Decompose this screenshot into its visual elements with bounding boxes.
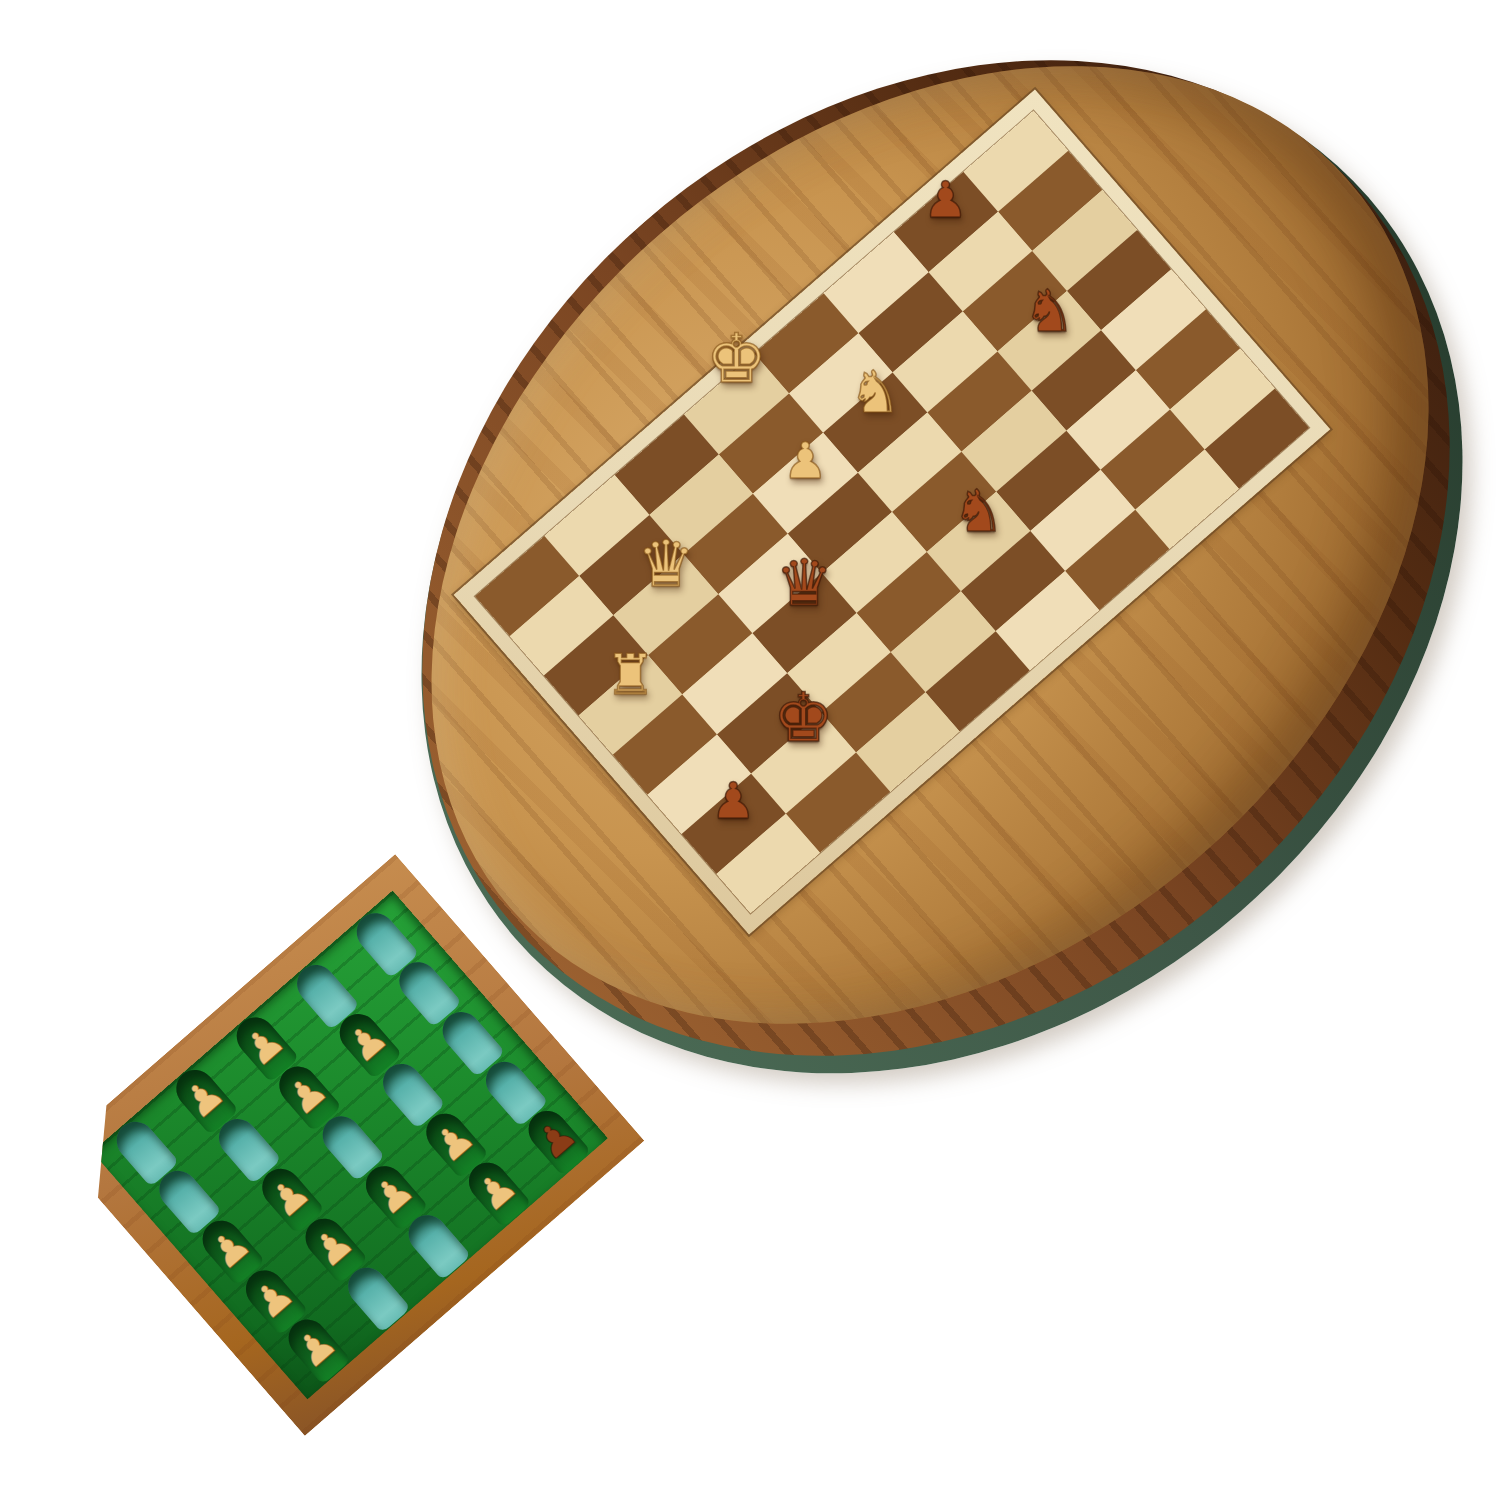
white-knight-on-c5[interactable]: ♞: [849, 363, 901, 421]
stored-white-piece[interactable]: ♟: [262, 1169, 318, 1225]
stored-white-piece[interactable]: ♟: [365, 1166, 421, 1222]
stored-white-piece[interactable]: ♟: [245, 1271, 301, 1327]
white-rook-on-d1[interactable]: ♜: [605, 647, 655, 703]
stored-white-piece[interactable]: ♟: [236, 1018, 292, 1074]
dark-pawn-on-a7[interactable]: ♟: [924, 175, 969, 225]
stored-white-piece[interactable]: ♟: [339, 1015, 395, 1071]
stored-white-piece[interactable]: ♟: [468, 1164, 524, 1220]
stored-white-piece[interactable]: ♟: [202, 1221, 258, 1277]
stored-white-piece[interactable]: ♟: [425, 1114, 481, 1170]
stored-white-piece[interactable]: ♟: [305, 1219, 361, 1275]
white-pawn-on-c4[interactable]: ♟: [783, 436, 828, 486]
dark-pawn-on-g1[interactable]: ♟: [711, 776, 756, 826]
white-queen-on-c2[interactable]: ♛: [637, 532, 694, 596]
stored-dark-piece[interactable]: ♟: [528, 1111, 584, 1167]
dark-queen-on-e3[interactable]: ♛: [776, 551, 833, 615]
product-photo-canvas: ♟♟♟♟♟♟♟♟♟♟♟♟♟ ♟♞♞♛♚♟♚♛♜♞♟: [0, 0, 1500, 1500]
stored-white-piece[interactable]: ♟: [288, 1320, 344, 1376]
dark-knight-on-d7[interactable]: ♞: [1023, 281, 1075, 339]
white-king-on-a4[interactable]: ♚: [706, 326, 767, 394]
stored-white-piece[interactable]: ♟: [279, 1067, 335, 1123]
stored-white-piece[interactable]: ♟: [176, 1070, 232, 1126]
drawer-felt-lining: ♟♟♟♟♟♟♟♟♟♟♟♟♟: [92, 891, 608, 1400]
dark-knight-on-f5[interactable]: ♞: [953, 482, 1005, 540]
dark-king-on-g2[interactable]: ♚: [773, 685, 834, 753]
